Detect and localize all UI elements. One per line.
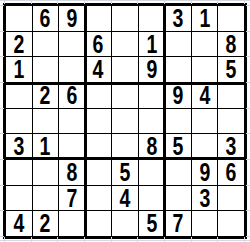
cell-r8c7[interactable] <box>165 186 191 211</box>
cell-r6c3[interactable] <box>59 134 85 159</box>
cell-r8c5[interactable]: 4 <box>112 186 138 211</box>
cell-r2c5[interactable] <box>112 32 138 57</box>
given-digit: 9 <box>146 57 157 82</box>
cell-r4c9[interactable] <box>218 83 244 108</box>
cell-r8c1[interactable] <box>6 186 32 211</box>
given-digit: 9 <box>173 83 184 108</box>
cell-r5c7[interactable] <box>165 109 191 134</box>
cell-r5c9[interactable] <box>218 109 244 134</box>
given-digit: 8 <box>226 32 237 57</box>
cell-r7c9[interactable]: 6 <box>218 160 244 185</box>
given-digit: 6 <box>40 6 51 31</box>
given-digit: 5 <box>146 211 157 236</box>
cell-r6c4[interactable] <box>86 134 112 159</box>
cell-r7c5[interactable]: 5 <box>112 160 138 185</box>
cell-r4c4[interactable] <box>86 83 112 108</box>
given-digit: 6 <box>66 83 77 108</box>
cell-r7c1[interactable] <box>6 160 32 185</box>
given-digit: 6 <box>226 160 237 185</box>
cell-r1c9[interactable] <box>218 6 244 31</box>
cell-r8c9[interactable] <box>218 186 244 211</box>
cell-r2c3[interactable] <box>59 32 85 57</box>
cell-r9c5[interactable] <box>112 211 138 236</box>
cell-r1c6[interactable] <box>139 6 165 31</box>
given-digit: 6 <box>93 32 104 57</box>
given-digit: 2 <box>13 32 24 57</box>
cell-r1c1[interactable] <box>6 6 32 31</box>
cell-r9c8[interactable] <box>192 211 218 236</box>
cell-r5c3[interactable] <box>59 109 85 134</box>
cell-r5c4[interactable] <box>86 109 112 134</box>
cell-r9c9[interactable] <box>218 211 244 236</box>
cell-r2c4[interactable]: 6 <box>86 32 112 57</box>
given-digit: 4 <box>120 186 131 211</box>
cell-r8c4[interactable] <box>86 186 112 211</box>
given-digit: 8 <box>66 160 77 185</box>
sudoku-screenshot: 69312618149526943185385967434257 <box>0 0 250 242</box>
cell-r9c1[interactable]: 4 <box>6 211 32 236</box>
cell-r5c5[interactable] <box>112 109 138 134</box>
cell-r6c1[interactable]: 3 <box>6 134 32 159</box>
cell-r6c8[interactable] <box>192 134 218 159</box>
cell-r4c3[interactable]: 6 <box>59 83 85 108</box>
cell-r1c4[interactable] <box>86 6 112 31</box>
given-digit: 4 <box>199 83 210 108</box>
cell-r4c6[interactable] <box>139 83 165 108</box>
given-digit: 5 <box>226 57 237 82</box>
cell-r4c5[interactable] <box>112 83 138 108</box>
cell-r7c3[interactable]: 8 <box>59 160 85 185</box>
cell-r9c6[interactable]: 5 <box>139 211 165 236</box>
given-digit: 7 <box>66 186 77 211</box>
cell-r9c7[interactable]: 7 <box>165 211 191 236</box>
cell-r4c2[interactable]: 2 <box>33 83 59 108</box>
cell-r8c8[interactable]: 3 <box>192 186 218 211</box>
cell-r7c8[interactable]: 9 <box>192 160 218 185</box>
cell-r6c9[interactable]: 3 <box>218 134 244 159</box>
cell-r5c2[interactable] <box>33 109 59 134</box>
cell-r3c3[interactable] <box>59 57 85 82</box>
given-digit: 2 <box>40 83 51 108</box>
cell-r7c7[interactable] <box>165 160 191 185</box>
cell-r5c6[interactable] <box>139 109 165 134</box>
given-digit: 7 <box>173 211 184 236</box>
faint-gridline-bottom <box>0 240 250 241</box>
given-digit: 4 <box>13 211 24 236</box>
cell-r4c8[interactable]: 4 <box>192 83 218 108</box>
cell-r1c8[interactable]: 1 <box>192 6 218 31</box>
given-digit: 9 <box>66 6 77 31</box>
cell-r2c7[interactable] <box>165 32 191 57</box>
cell-r1c5[interactable] <box>112 6 138 31</box>
cell-r3c7[interactable] <box>165 57 191 82</box>
cell-r2c6[interactable]: 1 <box>139 32 165 57</box>
given-digit: 1 <box>40 134 51 159</box>
given-digit: 1 <box>199 6 210 31</box>
cell-r3c5[interactable] <box>112 57 138 82</box>
cell-r6c5[interactable] <box>112 134 138 159</box>
cell-r5c1[interactable] <box>6 109 32 134</box>
given-digit: 9 <box>199 160 210 185</box>
given-digit: 5 <box>173 134 184 159</box>
cell-r8c3[interactable]: 7 <box>59 186 85 211</box>
given-digit: 4 <box>93 57 104 82</box>
cell-r9c4[interactable] <box>86 211 112 236</box>
given-digit: 8 <box>146 134 157 159</box>
sudoku-board: 69312618149526943185385967434257 <box>3 3 247 239</box>
given-digit: 5 <box>120 160 131 185</box>
cell-r1c3[interactable]: 9 <box>59 6 85 31</box>
given-digit: 3 <box>173 6 184 31</box>
cell-r5c8[interactable] <box>192 109 218 134</box>
given-digit: 3 <box>226 134 237 159</box>
given-digit: 3 <box>199 186 210 211</box>
cell-r3c1[interactable]: 1 <box>6 57 32 82</box>
cell-r9c3[interactable] <box>59 211 85 236</box>
cell-r3c6[interactable]: 9 <box>139 57 165 82</box>
cell-r1c7[interactable]: 3 <box>165 6 191 31</box>
sudoku-grid: 69312618149526943185385967434257 <box>6 6 244 236</box>
given-digit: 1 <box>146 32 157 57</box>
cell-r7c6[interactable] <box>139 160 165 185</box>
cell-r4c7[interactable]: 9 <box>165 83 191 108</box>
cell-r1c2[interactable]: 6 <box>33 6 59 31</box>
cell-r2c1[interactable]: 2 <box>6 32 32 57</box>
cell-r7c2[interactable] <box>33 160 59 185</box>
cell-r2c2[interactable] <box>33 32 59 57</box>
cell-r8c2[interactable] <box>33 186 59 211</box>
cell-r4c1[interactable] <box>6 83 32 108</box>
given-digit: 3 <box>13 134 24 159</box>
cell-r6c2[interactable]: 1 <box>33 134 59 159</box>
cell-r3c8[interactable] <box>192 57 218 82</box>
cell-r3c2[interactable] <box>33 57 59 82</box>
given-digit: 2 <box>40 211 51 236</box>
faint-gridline-top <box>0 0 250 1</box>
cell-r7c4[interactable] <box>86 160 112 185</box>
cell-r9c2[interactable]: 2 <box>33 211 59 236</box>
cell-r2c9[interactable]: 8 <box>218 32 244 57</box>
cell-r3c9[interactable]: 5 <box>218 57 244 82</box>
cell-r6c6[interactable]: 8 <box>139 134 165 159</box>
cell-r8c6[interactable] <box>139 186 165 211</box>
cell-r3c4[interactable]: 4 <box>86 57 112 82</box>
cell-r6c7[interactable]: 5 <box>165 134 191 159</box>
cell-r2c8[interactable] <box>192 32 218 57</box>
given-digit: 1 <box>13 57 24 82</box>
